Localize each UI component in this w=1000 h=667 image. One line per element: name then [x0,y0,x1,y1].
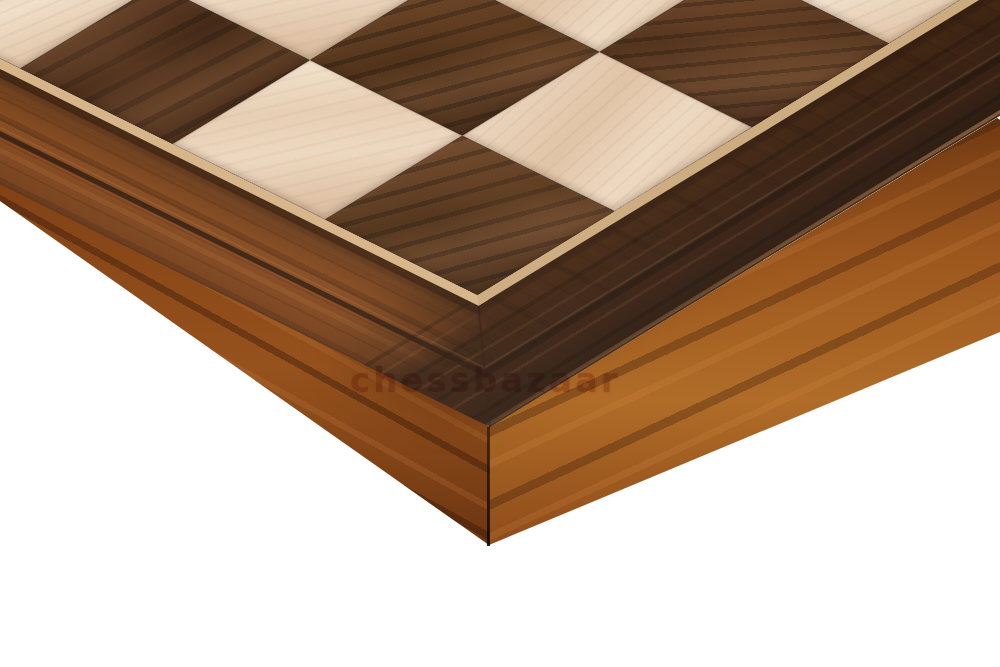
watermark-text: chessbazaar [350,360,670,400]
chessboard-product-photo: chessbazaar [0,0,1000,667]
board-corner-edge-seam [487,427,490,546]
